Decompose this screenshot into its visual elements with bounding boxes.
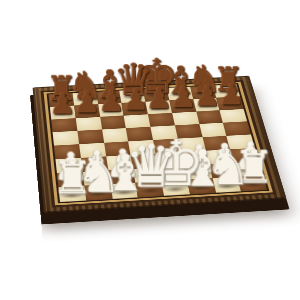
piece-shadow — [100, 107, 122, 114]
piece-shadow — [110, 174, 134, 182]
square-g6 — [196, 110, 223, 124]
piece-shadow — [240, 181, 264, 189]
piece-shadow — [124, 106, 146, 113]
square-b5 — [77, 130, 103, 145]
square-c2: ♟ — [108, 169, 136, 185]
square-b2: ♟ — [82, 170, 110, 186]
square-g3 — [205, 149, 233, 164]
piece-shadow — [50, 98, 72, 105]
square-e2: ♟ — [158, 166, 186, 182]
square-h2: ♟ — [234, 161, 263, 176]
piece-shadow — [171, 103, 193, 110]
square-b6 — [76, 117, 102, 131]
piece-shadow — [59, 177, 83, 185]
square-d3 — [131, 153, 159, 168]
square-d1: ♛ — [136, 181, 164, 197]
piece-shadow — [169, 91, 191, 98]
square-e5 — [150, 126, 177, 140]
square-f3 — [181, 151, 209, 166]
square-b3 — [81, 156, 108, 171]
square-c7: ♟ — [98, 103, 124, 117]
piece-shadow — [186, 169, 210, 177]
square-g1: ♞ — [212, 177, 241, 193]
square-b1: ♞ — [84, 184, 112, 200]
piece-shadow — [112, 188, 136, 196]
piece-shadow — [60, 191, 84, 199]
square-e8: ♚ — [143, 88, 169, 101]
square-g4 — [202, 136, 230, 151]
piece-shadow — [161, 171, 185, 179]
piece-shadow — [236, 166, 260, 174]
square-d2: ♟ — [133, 167, 161, 183]
piece-shadow — [148, 105, 170, 112]
piece-shadow — [215, 182, 239, 190]
piece-shadow — [219, 101, 242, 108]
board-frame: ♜♞♝♛♚♝♞♜♟♟♟♟♟♟♟♟♟♟♟♟♟♟♟♟♜♞♝♛♚♝♞♜ — [33, 76, 287, 213]
square-a3 — [55, 158, 82, 173]
piece-shadow — [164, 185, 188, 193]
square-c1: ♝ — [110, 183, 138, 199]
square-c5 — [102, 128, 129, 143]
photo-scene: ♜♞♝♛♚♝♞♜♟♟♟♟♟♟♟♟♟♟♟♟♟♟♟♟♜♞♝♛♚♝♞♜ — [0, 0, 300, 300]
square-f1: ♝ — [187, 178, 216, 194]
chess-board: ♜♞♝♛♚♝♞♜♟♟♟♟♟♟♟♟♟♟♟♟♟♟♟♟♜♞♝♛♚♝♞♜ — [33, 76, 287, 213]
square-a5 — [53, 131, 79, 146]
piece-shadow — [189, 184, 213, 192]
square-g2: ♟ — [209, 163, 238, 179]
piece-shadow — [138, 187, 162, 195]
piece-shadow — [74, 96, 96, 103]
piece-shadow — [211, 168, 235, 176]
square-e1: ♚ — [161, 180, 190, 196]
square-a4 — [54, 144, 81, 159]
piece-shadow — [86, 190, 110, 198]
square-a1: ♜ — [58, 186, 86, 202]
square-e3 — [156, 152, 184, 167]
square-h6 — [220, 109, 247, 123]
square-h1: ♜ — [237, 175, 266, 191]
product-photo: ♜♞♝♛♚♝♞♜♟♟♟♟♟♟♟♟♟♟♟♟♟♟♟♟♜♞♝♛♚♝♞♜ — [0, 0, 300, 300]
square-h3 — [230, 148, 259, 163]
square-d5 — [126, 127, 153, 142]
piece-shadow — [84, 175, 108, 183]
square-f4 — [178, 137, 206, 152]
piece-shadow — [122, 94, 144, 101]
piece-shadow — [216, 89, 238, 96]
square-a2: ♟ — [57, 172, 84, 188]
piece-shadow — [98, 95, 120, 102]
square-f2: ♟ — [184, 164, 213, 180]
square-e6 — [148, 113, 175, 127]
square-h5 — [223, 121, 251, 135]
piece-shadow — [76, 109, 98, 116]
piece-shadow — [135, 172, 159, 180]
square-g5 — [199, 123, 227, 137]
piece-shadow — [52, 110, 74, 117]
square-c3 — [106, 155, 133, 170]
piece-shadow — [195, 102, 218, 109]
piece-shadow — [192, 90, 214, 97]
board-grid: ♜♞♝♛♚♝♞♜♟♟♟♟♟♟♟♟♟♟♟♟♟♟♟♟♜♞♝♛♚♝♞♜ — [49, 84, 267, 202]
piece-shadow — [145, 92, 167, 99]
